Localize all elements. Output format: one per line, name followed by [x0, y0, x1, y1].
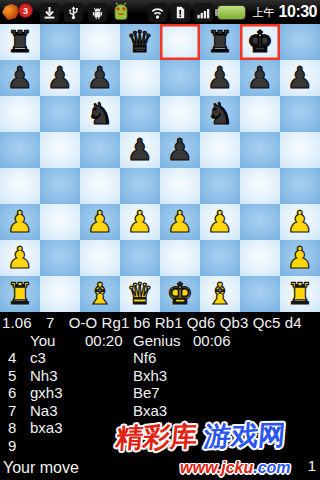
- white-clock: 00:20: [85, 332, 133, 349]
- move-row-6: 6gxh3Be7: [0, 384, 320, 402]
- square-d5[interactable]: ♟: [120, 132, 160, 168]
- white-move: gxh3: [30, 384, 133, 401]
- square-h4[interactable]: [280, 168, 320, 204]
- black-knight-piece: ♞: [207, 99, 234, 129]
- square-e8[interactable]: [160, 24, 200, 60]
- move-row-8: 8bxa3: [0, 419, 320, 437]
- black-player-name: Genius: [133, 332, 193, 349]
- white-queen-piece: ♛: [127, 279, 154, 309]
- watermark-url-red: www.jcku: [180, 459, 253, 476]
- white-pawn-piece: ♟: [7, 207, 34, 237]
- download-icon: [40, 3, 59, 22]
- time-period-label: 上午: [253, 5, 275, 20]
- white-rook-piece: ♜: [287, 279, 314, 309]
- white-bishop-piece: ♝: [87, 279, 114, 309]
- square-a1[interactable]: ♜: [0, 276, 40, 312]
- square-b5[interactable]: [40, 132, 80, 168]
- status-bar: 3 上午: [0, 0, 320, 24]
- white-king-piece: ♚: [167, 279, 194, 309]
- black-king-piece: ♚: [247, 27, 274, 57]
- players-row: You 00:20 Genius 00:06: [0, 331, 320, 349]
- square-b1[interactable]: [40, 276, 80, 312]
- square-g5[interactable]: [240, 132, 280, 168]
- square-a4[interactable]: [0, 168, 40, 204]
- square-e1[interactable]: ♚: [160, 276, 200, 312]
- square-d3[interactable]: ♟: [120, 204, 160, 240]
- square-h3[interactable]: ♟: [280, 204, 320, 240]
- square-f6[interactable]: ♞: [200, 96, 240, 132]
- move-row-4: 4c3Nf6: [0, 349, 320, 367]
- square-c8[interactable]: [80, 24, 120, 60]
- black-move: Nf6: [133, 349, 320, 366]
- square-a7[interactable]: ♟: [0, 60, 40, 96]
- move-row-9: 9: [0, 437, 320, 455]
- battery-icon: [217, 5, 246, 20]
- move-number: 6: [8, 384, 30, 401]
- square-e2[interactable]: [160, 240, 200, 276]
- alert-horn-icon: [2, 4, 19, 20]
- move-number: 5: [8, 367, 30, 384]
- black-pawn-piece: ♟: [167, 135, 194, 165]
- black-pawn-piece: ♟: [87, 63, 114, 93]
- square-a2[interactable]: ♟: [0, 240, 40, 276]
- black-move: Bxa3: [133, 402, 320, 419]
- black-pawn-piece: ♟: [7, 63, 34, 93]
- square-b8[interactable]: [40, 24, 80, 60]
- square-d8[interactable]: ♛: [120, 24, 160, 60]
- black-queen-piece: ♛: [127, 27, 154, 57]
- square-e7[interactable]: [160, 60, 200, 96]
- notification-badge-icon: 3: [2, 2, 35, 22]
- black-move: Bxh3: [133, 367, 320, 384]
- square-a3[interactable]: ♟: [0, 204, 40, 240]
- white-pawn-piece: ♟: [127, 207, 154, 237]
- square-c4[interactable]: [80, 168, 120, 204]
- engine-analysis-line: 1.06 7 O-O Rg1 b6 Rb1 Qd6 Qb3 Qc5 d4: [0, 312, 320, 331]
- black-move: Be7: [133, 384, 320, 401]
- square-e6[interactable]: [160, 96, 200, 132]
- white-move: Nh3: [30, 367, 133, 384]
- move-number: 7: [8, 402, 30, 419]
- black-pawn-piece: ♟: [207, 63, 234, 93]
- android-mascot-icon: [112, 2, 130, 23]
- white-move: c3: [30, 349, 133, 366]
- square-b7[interactable]: ♟: [40, 60, 80, 96]
- square-g8[interactable]: ♚: [240, 24, 280, 60]
- watermark-url-blue: .com: [253, 459, 290, 476]
- white-pawn-piece: ♟: [167, 207, 194, 237]
- square-e4[interactable]: [160, 168, 200, 204]
- white-player-name: You: [30, 332, 85, 349]
- square-g3[interactable]: [240, 204, 280, 240]
- clock-time: 10:30: [279, 3, 317, 21]
- square-b3[interactable]: [40, 204, 80, 240]
- black-clock: 00:06: [193, 332, 320, 349]
- square-c3[interactable]: ♟: [80, 204, 120, 240]
- engine-pv: O-O Rg1 b6 Rb1 Qd6 Qb3 Qc5 d4: [69, 314, 302, 331]
- android-debug-icon: [88, 3, 107, 22]
- move-row-7: 7Na3Bxa3: [0, 402, 320, 420]
- white-rook-piece: ♜: [7, 279, 34, 309]
- engine-eval: 1.06: [2, 314, 32, 331]
- square-a8[interactable]: ♜: [0, 24, 40, 60]
- white-pawn-piece: ♟: [287, 207, 314, 237]
- square-d7[interactable]: [120, 60, 160, 96]
- square-g2[interactable]: [240, 240, 280, 276]
- square-h2[interactable]: ♟: [280, 240, 320, 276]
- square-d2[interactable]: [120, 240, 160, 276]
- square-b2[interactable]: [40, 240, 80, 276]
- square-a6[interactable]: [0, 96, 40, 132]
- square-f4[interactable]: [200, 168, 240, 204]
- sim-alert-icon: [171, 3, 190, 22]
- white-pawn-piece: ♟: [7, 243, 34, 273]
- square-g1[interactable]: [240, 276, 280, 312]
- white-move: bxa3: [30, 419, 133, 436]
- square-h6[interactable]: [280, 96, 320, 132]
- square-e3[interactable]: ♟: [160, 204, 200, 240]
- square-b4[interactable]: [40, 168, 80, 204]
- black-pawn-piece: ♟: [47, 63, 74, 93]
- signal-strength-icon: [194, 3, 213, 22]
- notification-count: 3: [18, 3, 33, 18]
- phone-screen: 3 上午: [0, 0, 320, 480]
- move-number: 9: [8, 437, 30, 454]
- square-d4[interactable]: [120, 168, 160, 204]
- square-d1[interactable]: ♛: [120, 276, 160, 312]
- square-f1[interactable]: ♝: [200, 276, 240, 312]
- white-pawn-piece: ♟: [207, 207, 234, 237]
- engine-depth: 7: [46, 314, 54, 331]
- square-f7[interactable]: ♟: [200, 60, 240, 96]
- watermark-url: www.jcku.com: [180, 459, 320, 477]
- square-e5[interactable]: ♟: [160, 132, 200, 168]
- square-g6[interactable]: [240, 96, 280, 132]
- square-h7[interactable]: ♟: [280, 60, 320, 96]
- square-a5[interactable]: [0, 132, 40, 168]
- square-c1[interactable]: ♝: [80, 276, 120, 312]
- move-row-5: 5Nh3Bxh3: [0, 367, 320, 385]
- square-h1[interactable]: ♜: [280, 276, 320, 312]
- square-h8[interactable]: [280, 24, 320, 60]
- white-pawn-piece: ♟: [87, 207, 114, 237]
- corner-digit: 1: [308, 457, 316, 474]
- black-rook-piece: ♜: [207, 27, 234, 57]
- square-c7[interactable]: ♟: [80, 60, 120, 96]
- move-number: 4: [8, 349, 30, 366]
- black-pawn-piece: ♟: [247, 63, 274, 93]
- move-list: 4c3Nf65Nh3Bxh36gxh3Be77Na3Bxa38bxa39: [0, 349, 320, 454]
- black-rook-piece: ♜: [7, 27, 34, 57]
- square-c6[interactable]: ♞: [80, 96, 120, 132]
- usb-icon: [64, 3, 83, 22]
- square-f3[interactable]: ♟: [200, 204, 240, 240]
- square-g4[interactable]: [240, 168, 280, 204]
- status-bar-left: 3: [2, 2, 130, 23]
- square-f2[interactable]: [200, 240, 240, 276]
- white-pawn-piece: ♟: [287, 243, 314, 273]
- square-f5[interactable]: [200, 132, 240, 168]
- square-f8[interactable]: ♜: [200, 24, 240, 60]
- white-bishop-piece: ♝: [207, 279, 234, 309]
- white-move: Na3: [30, 402, 133, 419]
- status-message: Your move: [3, 459, 79, 477]
- black-pawn-piece: ♟: [287, 63, 314, 93]
- square-d6[interactable]: [120, 96, 160, 132]
- game-info-panel: 1.06 7 O-O Rg1 b6 Rb1 Qd6 Qb3 Qc5 d4 You…: [0, 312, 320, 480]
- move-number: 8: [8, 419, 30, 436]
- chess-board: ♜♛♜♚♟♟♟♟♟♟♞♞♟♟♟♟♟♟♟♟♟♟♜♝♛♚♝♜: [0, 24, 320, 312]
- black-pawn-piece: ♟: [127, 135, 154, 165]
- square-c5[interactable]: [80, 132, 120, 168]
- status-bar-right: 上午 10:30: [148, 3, 318, 22]
- black-knight-piece: ♞: [87, 99, 114, 129]
- square-b6[interactable]: [40, 96, 80, 132]
- square-h5[interactable]: [280, 132, 320, 168]
- square-c2[interactable]: [80, 240, 120, 276]
- wifi-icon: [148, 3, 167, 22]
- square-g7[interactable]: ♟: [240, 60, 280, 96]
